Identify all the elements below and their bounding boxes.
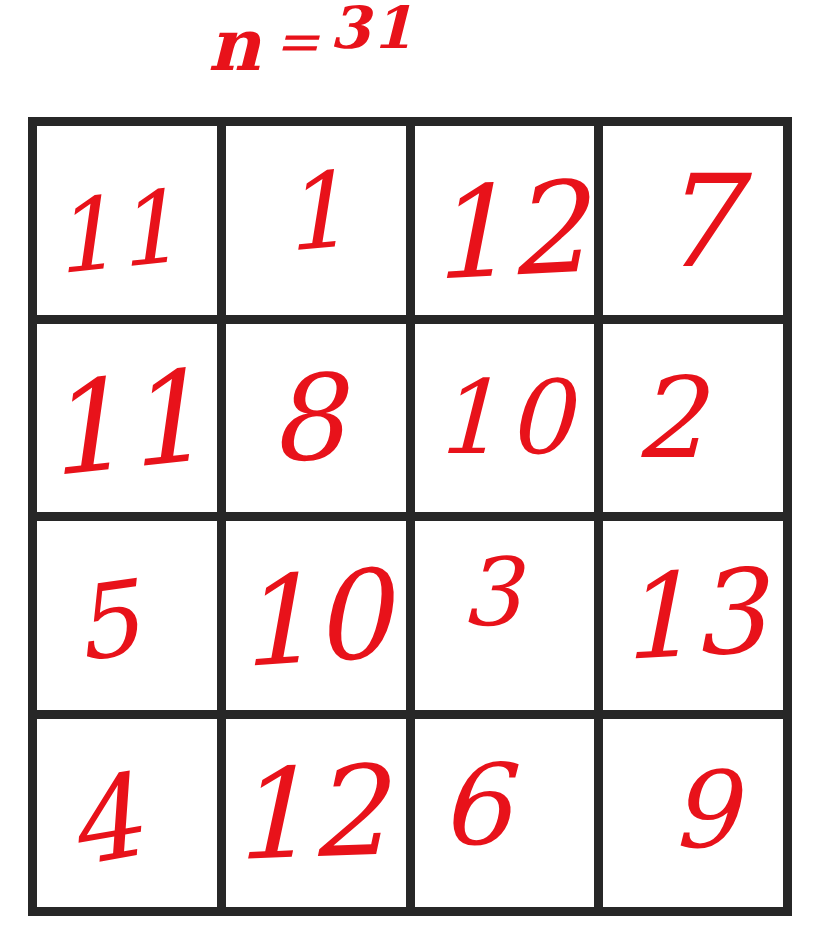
magic-constant-label: n=31: [208, 2, 414, 102]
cell-r1c1: 11: [37, 126, 217, 315]
cell-r4c1: 4: [37, 719, 217, 908]
cell-r1c3: 12: [415, 126, 595, 315]
cell-value: 12: [227, 748, 389, 877]
magic-constant-variable: n: [208, 2, 260, 87]
equals-sign: =: [274, 10, 319, 73]
cell-value: 12: [424, 165, 591, 299]
cell-value: 5: [66, 567, 144, 677]
cell-r1c2: 1: [226, 126, 406, 315]
cell-value: 10: [230, 553, 393, 686]
cell-r3c1: 5: [37, 521, 217, 710]
cell-value: 2: [633, 362, 704, 474]
cell-r3c2: 10: [226, 521, 406, 710]
cell-value: 1: [275, 158, 350, 267]
cell-r3c3: 3: [415, 521, 595, 710]
cell-value: 6: [439, 749, 510, 861]
cell-value: 3: [460, 546, 520, 640]
cell-value: 10: [433, 367, 579, 469]
cell-r4c3: 6: [415, 719, 595, 908]
cell-value: 7: [656, 158, 737, 286]
cell-r2c4: 2: [603, 324, 783, 513]
cell-value: 13: [614, 554, 767, 678]
cell-value: 4: [56, 759, 147, 884]
magic-square-page: n=31 11 1 12 7 11 8 10 2 5 10 3 13 4 12 …: [0, 0, 815, 948]
cell-value: 11: [37, 353, 208, 495]
cell-r1c4: 7: [603, 126, 783, 315]
cell-r3c4: 13: [603, 521, 783, 710]
magic-square-grid: 11 1 12 7 11 8 10 2 5 10 3 13 4 12 6 9: [28, 117, 792, 916]
cell-value: 9: [669, 758, 736, 864]
cell-value: 11: [46, 177, 183, 290]
cell-r2c3: 10: [415, 324, 595, 513]
cell-r4c4: 9: [603, 719, 783, 908]
cell-value: 8: [266, 358, 345, 479]
cell-r2c1: 11: [37, 324, 217, 513]
magic-constant-value: 31: [330, 0, 415, 62]
cell-r4c2: 12: [226, 719, 406, 908]
cell-r2c2: 8: [226, 324, 406, 513]
